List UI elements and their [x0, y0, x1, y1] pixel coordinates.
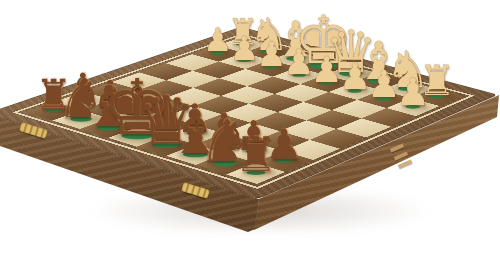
piece-black-rook-a8: ♜ — [235, 131, 278, 179]
piece-white-pawn-f2: ♟ — [256, 38, 286, 72]
piece-white-pawn-h2: ♟ — [203, 25, 232, 57]
piece-white-pawn-e2: ♟ — [283, 45, 314, 80]
piece-white-pawn-g2: ♟ — [230, 31, 260, 64]
pieces-layer: ♜♞♝♛♚♝♞♜♟♟♟♟♟♟♟♟♟♟♟♟♟♟♟♟♜♞♝♛♚♝♞♜ — [0, 0, 500, 270]
piece-white-pawn-a2: ♟ — [396, 74, 430, 112]
chess-set-photo: ♜♞♝♛♚♝♞♜♟♟♟♟♟♟♟♟♟♟♟♟♟♟♟♟♜♞♝♛♚♝♞♜ — [0, 0, 500, 270]
